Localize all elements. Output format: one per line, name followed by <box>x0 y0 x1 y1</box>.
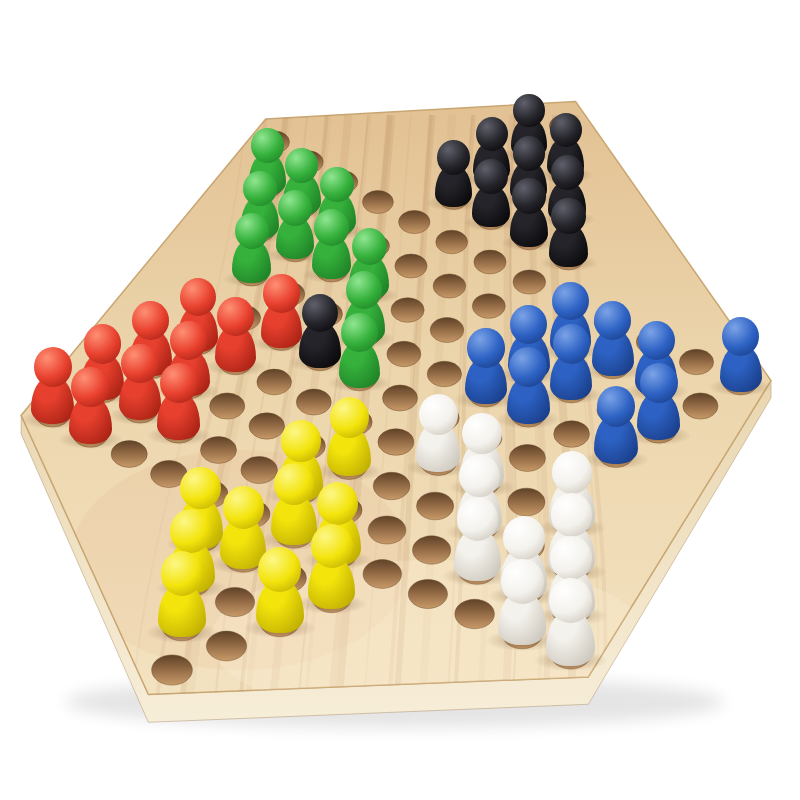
peg-head <box>722 317 759 356</box>
peg-head <box>302 294 339 333</box>
peg-head <box>513 94 545 128</box>
peg-head <box>457 497 498 541</box>
peg-head <box>638 321 675 360</box>
peg-head <box>161 551 204 596</box>
peg-head <box>550 113 582 147</box>
peg-head <box>512 178 546 214</box>
peg-yellow[interactable] <box>305 524 359 609</box>
peg-head <box>550 536 592 581</box>
product-photo <box>0 0 800 800</box>
peg-head <box>235 213 270 250</box>
peg-head <box>346 271 382 309</box>
peg-head <box>258 547 301 592</box>
peg-blue[interactable] <box>462 328 510 404</box>
peg-head <box>501 559 544 604</box>
peg-yellow[interactable] <box>155 551 210 637</box>
peg-head <box>274 463 314 506</box>
peg-head <box>551 198 585 234</box>
peg-head <box>121 344 159 384</box>
peg-head <box>217 297 254 336</box>
peg-head <box>180 467 221 510</box>
peg-head <box>594 301 631 340</box>
peg-head <box>243 171 277 207</box>
peg-head <box>170 321 207 360</box>
peg-head <box>467 328 504 367</box>
peg-black[interactable] <box>433 140 475 207</box>
pegs-layer <box>0 0 800 800</box>
peg-head <box>476 117 508 151</box>
peg-head <box>317 482 358 525</box>
peg-head <box>180 278 216 316</box>
peg-black[interactable] <box>547 198 591 268</box>
peg-head <box>341 313 378 352</box>
peg-head <box>552 282 588 320</box>
peg-head <box>437 140 470 175</box>
peg-blue[interactable] <box>589 301 636 376</box>
peg-blue[interactable] <box>634 363 683 441</box>
peg-head <box>553 324 590 363</box>
peg-black[interactable] <box>470 159 513 227</box>
peg-head <box>551 493 592 537</box>
peg-head <box>474 159 507 194</box>
peg-head <box>71 367 109 407</box>
peg-head <box>503 516 545 560</box>
peg-white[interactable] <box>543 578 598 666</box>
peg-head <box>513 136 546 171</box>
peg-head <box>223 486 264 529</box>
peg-green[interactable] <box>230 213 274 283</box>
peg-head <box>311 524 353 568</box>
peg-head <box>170 509 212 553</box>
peg-head <box>597 386 636 427</box>
peg-head <box>510 305 547 344</box>
peg-head <box>552 451 592 493</box>
peg-red[interactable] <box>212 297 259 371</box>
peg-head <box>352 228 387 265</box>
peg-head <box>549 578 592 624</box>
peg-blue[interactable] <box>504 347 553 424</box>
peg-blue[interactable] <box>717 317 765 392</box>
peg-head <box>263 274 299 312</box>
peg-blue[interactable] <box>547 324 595 400</box>
peg-head <box>281 420 320 462</box>
peg-head <box>160 363 198 403</box>
peg-head <box>419 394 458 435</box>
peg-blue[interactable] <box>591 386 641 465</box>
peg-head <box>330 397 369 438</box>
peg-yellow[interactable] <box>324 397 374 476</box>
peg-head <box>278 190 312 226</box>
peg-white[interactable] <box>495 559 550 646</box>
peg-black[interactable] <box>508 178 551 247</box>
peg-head <box>462 413 501 454</box>
peg-red[interactable] <box>66 367 115 445</box>
peg-head <box>251 128 284 162</box>
peg-head <box>314 209 349 245</box>
peg-head <box>640 363 678 403</box>
peg-head <box>551 155 584 190</box>
peg-yellow[interactable] <box>253 547 308 633</box>
peg-green[interactable] <box>336 313 383 388</box>
peg-head <box>320 167 354 202</box>
peg-red[interactable] <box>154 363 203 441</box>
peg-head <box>285 148 318 183</box>
peg-head <box>459 455 499 498</box>
